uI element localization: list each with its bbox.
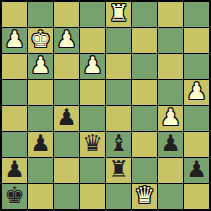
square-a6[interactable]: [2, 54, 27, 79]
square-a3[interactable]: [2, 132, 27, 157]
square-b2[interactable]: [28, 158, 53, 183]
square-b7[interactable]: ♚: [28, 28, 53, 53]
black-queen[interactable]: ♛: [82, 132, 103, 156]
square-d3[interactable]: ♛: [80, 132, 105, 157]
black-bishop[interactable]: ♝: [108, 132, 129, 156]
square-d6[interactable]: ♟: [80, 54, 105, 79]
chess-board: ♜♟♚♟♟♟♟♟♟♟♛♝♟♟♜♟♚♛: [0, 0, 211, 211]
square-b5[interactable]: [28, 80, 53, 105]
black-pawn[interactable]: ♟: [30, 132, 51, 156]
square-d1[interactable]: [80, 184, 105, 209]
square-e1[interactable]: [106, 184, 131, 209]
square-h5[interactable]: ♟: [184, 80, 209, 105]
black-pawn[interactable]: ♟: [4, 158, 25, 182]
square-c8[interactable]: [54, 2, 79, 27]
square-e4[interactable]: [106, 106, 131, 131]
square-b4[interactable]: [28, 106, 53, 131]
square-h8[interactable]: [184, 2, 209, 27]
square-d7[interactable]: [80, 28, 105, 53]
square-b3[interactable]: ♟: [28, 132, 53, 157]
square-g2[interactable]: [158, 158, 183, 183]
square-c3[interactable]: [54, 132, 79, 157]
square-e2[interactable]: ♜: [106, 158, 131, 183]
square-g5[interactable]: [158, 80, 183, 105]
square-g3[interactable]: ♟: [158, 132, 183, 157]
square-f5[interactable]: [132, 80, 157, 105]
square-e5[interactable]: [106, 80, 131, 105]
square-g4[interactable]: ♟: [158, 106, 183, 131]
square-b6[interactable]: ♟: [28, 54, 53, 79]
square-b8[interactable]: [28, 2, 53, 27]
white-queen[interactable]: ♛: [134, 184, 155, 208]
square-a7[interactable]: ♟: [2, 28, 27, 53]
square-a1[interactable]: ♚: [2, 184, 27, 209]
square-f2[interactable]: [132, 158, 157, 183]
white-pawn[interactable]: ♟: [82, 54, 103, 78]
square-g8[interactable]: [158, 2, 183, 27]
square-c6[interactable]: [54, 54, 79, 79]
square-f4[interactable]: [132, 106, 157, 131]
black-pawn[interactable]: ♟: [56, 106, 77, 130]
square-f7[interactable]: [132, 28, 157, 53]
square-c2[interactable]: [54, 158, 79, 183]
square-e6[interactable]: [106, 54, 131, 79]
square-e3[interactable]: ♝: [106, 132, 131, 157]
square-f6[interactable]: [132, 54, 157, 79]
square-e8[interactable]: ♜: [106, 2, 131, 27]
square-e7[interactable]: [106, 28, 131, 53]
square-b1[interactable]: [28, 184, 53, 209]
black-king[interactable]: ♚: [4, 184, 25, 208]
square-c4[interactable]: ♟: [54, 106, 79, 131]
black-pawn[interactable]: ♟: [186, 158, 207, 182]
square-a5[interactable]: [2, 80, 27, 105]
white-pawn[interactable]: ♟: [160, 106, 181, 130]
black-rook[interactable]: ♜: [108, 158, 129, 182]
square-c1[interactable]: [54, 184, 79, 209]
white-pawn[interactable]: ♟: [4, 28, 25, 52]
white-pawn[interactable]: ♟: [30, 54, 51, 78]
square-a4[interactable]: [2, 106, 27, 131]
square-f1[interactable]: ♛: [132, 184, 157, 209]
white-king[interactable]: ♚: [30, 28, 51, 52]
square-a8[interactable]: [2, 2, 27, 27]
square-h2[interactable]: ♟: [184, 158, 209, 183]
square-d5[interactable]: [80, 80, 105, 105]
square-h3[interactable]: [184, 132, 209, 157]
black-pawn[interactable]: ♟: [160, 132, 181, 156]
square-d4[interactable]: [80, 106, 105, 131]
square-d2[interactable]: [80, 158, 105, 183]
square-h4[interactable]: [184, 106, 209, 131]
square-h1[interactable]: [184, 184, 209, 209]
white-pawn[interactable]: ♟: [186, 80, 207, 104]
square-g6[interactable]: [158, 54, 183, 79]
square-g1[interactable]: [158, 184, 183, 209]
white-pawn[interactable]: ♟: [56, 28, 77, 52]
square-f3[interactable]: [132, 132, 157, 157]
square-a2[interactable]: ♟: [2, 158, 27, 183]
square-d8[interactable]: [80, 2, 105, 27]
square-g7[interactable]: [158, 28, 183, 53]
square-c7[interactable]: ♟: [54, 28, 79, 53]
square-f8[interactable]: [132, 2, 157, 27]
square-h7[interactable]: [184, 28, 209, 53]
square-h6[interactable]: [184, 54, 209, 79]
white-rook[interactable]: ♜: [108, 2, 129, 26]
square-c5[interactable]: [54, 80, 79, 105]
